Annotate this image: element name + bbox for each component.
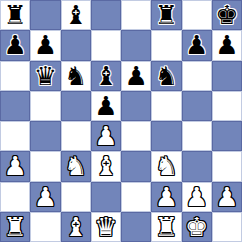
piece-white-pawn: ♟ [94,123,117,149]
square-c8[interactable]: ♝ [61,0,91,30]
square-e2[interactable] [121,182,151,212]
piece-black-pawn: ♟ [94,93,117,119]
piece-black-knight: ♞ [155,63,178,89]
piece-white-pawn: ♟ [215,184,238,210]
square-e7[interactable] [121,30,151,60]
square-f3[interactable]: ♞ [151,151,181,181]
piece-black-pawn: ♟ [185,32,208,58]
square-d5[interactable]: ♟ [91,91,121,121]
square-a5[interactable] [0,91,30,121]
square-g1[interactable]: ♚ [182,212,212,242]
square-h8[interactable]: ♚ [212,0,242,30]
square-g7[interactable]: ♟ [182,30,212,60]
square-h4[interactable] [212,121,242,151]
square-f8[interactable]: ♜ [151,0,181,30]
square-c3[interactable]: ♞ [61,151,91,181]
square-h7[interactable]: ♟ [212,30,242,60]
square-d2[interactable] [91,182,121,212]
piece-black-queen: ♛ [34,63,57,89]
piece-white-pawn: ♟ [185,184,208,210]
square-f2[interactable]: ♟ [151,182,181,212]
square-g5[interactable] [182,91,212,121]
piece-black-pawn: ♟ [3,32,26,58]
piece-white-bishop: ♝ [64,214,87,240]
piece-black-rook: ♜ [155,2,178,28]
piece-black-king: ♚ [215,2,238,28]
piece-white-bishop: ♝ [94,153,117,179]
square-c4[interactable] [61,121,91,151]
square-e4[interactable] [121,121,151,151]
square-h2[interactable]: ♟ [212,182,242,212]
piece-white-pawn: ♟ [34,184,57,210]
square-b5[interactable] [30,91,60,121]
square-b2[interactable]: ♟ [30,182,60,212]
piece-white-knight: ♞ [64,153,87,179]
piece-white-knight: ♞ [155,153,178,179]
square-b1[interactable] [30,212,60,242]
square-a2[interactable] [0,182,30,212]
square-g4[interactable] [182,121,212,151]
square-f4[interactable] [151,121,181,151]
square-c7[interactable] [61,30,91,60]
piece-white-king: ♚ [185,214,208,240]
piece-black-knight: ♞ [64,63,87,89]
piece-black-pawn: ♟ [124,63,147,89]
square-a6[interactable] [0,61,30,91]
square-e5[interactable] [121,91,151,121]
square-h3[interactable] [212,151,242,181]
square-d7[interactable] [91,30,121,60]
piece-black-pawn: ♟ [215,32,238,58]
square-c6[interactable]: ♞ [61,61,91,91]
square-a4[interactable] [0,121,30,151]
square-g2[interactable]: ♟ [182,182,212,212]
square-d3[interactable]: ♝ [91,151,121,181]
square-e1[interactable] [121,212,151,242]
square-h6[interactable] [212,61,242,91]
square-a7[interactable]: ♟ [0,30,30,60]
square-d1[interactable]: ♛ [91,212,121,242]
square-d8[interactable] [91,0,121,30]
square-f7[interactable] [151,30,181,60]
piece-black-bishop: ♝ [64,2,87,28]
piece-black-rook: ♜ [3,2,26,28]
square-g6[interactable] [182,61,212,91]
square-d6[interactable]: ♝ [91,61,121,91]
square-h5[interactable] [212,91,242,121]
piece-white-rook: ♜ [155,214,178,240]
square-b4[interactable] [30,121,60,151]
square-h1[interactable] [212,212,242,242]
piece-black-pawn: ♟ [34,32,57,58]
square-c1[interactable]: ♝ [61,212,91,242]
square-e8[interactable] [121,0,151,30]
square-a3[interactable]: ♟ [0,151,30,181]
square-f6[interactable]: ♞ [151,61,181,91]
square-b3[interactable] [30,151,60,181]
square-f5[interactable] [151,91,181,121]
piece-white-queen: ♛ [94,214,117,240]
square-b8[interactable] [30,0,60,30]
piece-black-bishop: ♝ [94,63,117,89]
piece-white-rook: ♜ [3,214,26,240]
chess-board: ♜♝♜♚♟♟♟♟♛♞♝♟♞♟♟♟♞♝♞♟♟♟♟♜♝♛♜♚ [0,0,242,242]
square-e3[interactable] [121,151,151,181]
square-b7[interactable]: ♟ [30,30,60,60]
square-g8[interactable] [182,0,212,30]
square-c2[interactable] [61,182,91,212]
piece-white-pawn: ♟ [3,153,26,179]
square-a8[interactable]: ♜ [0,0,30,30]
square-b6[interactable]: ♛ [30,61,60,91]
square-a1[interactable]: ♜ [0,212,30,242]
square-c5[interactable] [61,91,91,121]
square-f1[interactable]: ♜ [151,212,181,242]
piece-white-pawn: ♟ [155,184,178,210]
square-e6[interactable]: ♟ [121,61,151,91]
square-d4[interactable]: ♟ [91,121,121,151]
square-g3[interactable] [182,151,212,181]
